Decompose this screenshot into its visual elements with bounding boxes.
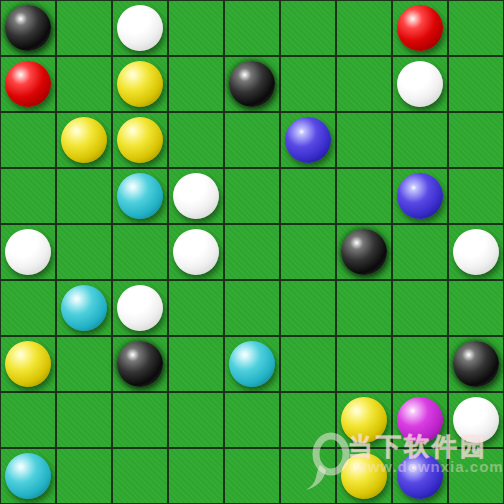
cell-r3c5[interactable] bbox=[281, 169, 335, 223]
red-ball[interactable] bbox=[5, 61, 51, 107]
white-ball[interactable] bbox=[117, 5, 163, 51]
cell-r3c4[interactable] bbox=[225, 169, 279, 223]
cell-r8c4[interactable] bbox=[225, 449, 279, 503]
white-ball[interactable] bbox=[117, 285, 163, 331]
cell-r7c0[interactable] bbox=[1, 393, 55, 447]
cell-r4c3[interactable] bbox=[169, 225, 223, 279]
cell-r1c1[interactable] bbox=[57, 57, 111, 111]
cell-r7c4[interactable] bbox=[225, 393, 279, 447]
cell-r6c7[interactable] bbox=[393, 337, 447, 391]
cell-r7c1[interactable] bbox=[57, 393, 111, 447]
cell-r0c8[interactable] bbox=[449, 1, 503, 55]
white-ball[interactable] bbox=[453, 229, 499, 275]
cell-r6c6[interactable] bbox=[337, 337, 391, 391]
red-ball[interactable] bbox=[397, 5, 443, 51]
blue-ball[interactable] bbox=[397, 173, 443, 219]
cell-r8c7[interactable] bbox=[393, 449, 447, 503]
cell-r1c3[interactable] bbox=[169, 57, 223, 111]
cell-r8c6[interactable] bbox=[337, 449, 391, 503]
cell-r5c4[interactable] bbox=[225, 281, 279, 335]
black-ball[interactable] bbox=[453, 341, 499, 387]
cell-r6c5[interactable] bbox=[281, 337, 335, 391]
cell-r1c5[interactable] bbox=[281, 57, 335, 111]
cell-r7c8[interactable] bbox=[449, 393, 503, 447]
magenta-ball[interactable] bbox=[397, 397, 443, 443]
cell-r7c2[interactable] bbox=[113, 393, 167, 447]
cell-r8c8[interactable] bbox=[449, 449, 503, 503]
cell-r5c3[interactable] bbox=[169, 281, 223, 335]
cell-r1c6[interactable] bbox=[337, 57, 391, 111]
cell-r4c2[interactable] bbox=[113, 225, 167, 279]
cell-r8c5[interactable] bbox=[281, 449, 335, 503]
cell-r0c4[interactable] bbox=[225, 1, 279, 55]
cell-r3c6[interactable] bbox=[337, 169, 391, 223]
white-ball[interactable] bbox=[173, 173, 219, 219]
cell-r0c5[interactable] bbox=[281, 1, 335, 55]
cell-r1c7[interactable] bbox=[393, 57, 447, 111]
cell-r4c4[interactable] bbox=[225, 225, 279, 279]
cell-r3c8[interactable] bbox=[449, 169, 503, 223]
blue-ball[interactable] bbox=[397, 453, 443, 499]
cell-r0c1[interactable] bbox=[57, 1, 111, 55]
cell-r8c0[interactable] bbox=[1, 449, 55, 503]
cell-r6c4[interactable] bbox=[225, 337, 279, 391]
cell-r3c3[interactable] bbox=[169, 169, 223, 223]
color-lines-board bbox=[0, 0, 504, 504]
cell-r4c1[interactable] bbox=[57, 225, 111, 279]
white-ball[interactable] bbox=[5, 229, 51, 275]
cell-r5c8[interactable] bbox=[449, 281, 503, 335]
cell-r2c4[interactable] bbox=[225, 113, 279, 167]
cell-r2c7[interactable] bbox=[393, 113, 447, 167]
cyan-ball[interactable] bbox=[229, 341, 275, 387]
yellow-ball[interactable] bbox=[341, 453, 387, 499]
cell-r3c2[interactable] bbox=[113, 169, 167, 223]
cell-r8c2[interactable] bbox=[113, 449, 167, 503]
game-window: 当下软件园 www.downxia.com bbox=[0, 0, 504, 504]
cell-r8c3[interactable] bbox=[169, 449, 223, 503]
cell-r0c2[interactable] bbox=[113, 1, 167, 55]
black-ball[interactable] bbox=[5, 5, 51, 51]
cell-r0c6[interactable] bbox=[337, 1, 391, 55]
cell-r1c4[interactable] bbox=[225, 57, 279, 111]
yellow-ball[interactable] bbox=[61, 117, 107, 163]
cell-r7c7[interactable] bbox=[393, 393, 447, 447]
yellow-ball[interactable] bbox=[117, 117, 163, 163]
blue-ball[interactable] bbox=[285, 117, 331, 163]
white-ball[interactable] bbox=[397, 61, 443, 107]
cyan-ball[interactable] bbox=[117, 173, 163, 219]
cell-r4c0[interactable] bbox=[1, 225, 55, 279]
cell-r3c0[interactable] bbox=[1, 169, 55, 223]
cell-r7c5[interactable] bbox=[281, 393, 335, 447]
cell-r6c2[interactable] bbox=[113, 337, 167, 391]
cyan-ball[interactable] bbox=[61, 285, 107, 331]
cell-r8c1[interactable] bbox=[57, 449, 111, 503]
cell-r4c8[interactable] bbox=[449, 225, 503, 279]
yellow-ball[interactable] bbox=[117, 61, 163, 107]
cell-r2c3[interactable] bbox=[169, 113, 223, 167]
yellow-ball[interactable] bbox=[5, 341, 51, 387]
cyan-ball[interactable] bbox=[5, 453, 51, 499]
cell-r2c5[interactable] bbox=[281, 113, 335, 167]
cell-r6c0[interactable] bbox=[1, 337, 55, 391]
cell-r3c7[interactable] bbox=[393, 169, 447, 223]
cell-r2c0[interactable] bbox=[1, 113, 55, 167]
cell-r0c7[interactable] bbox=[393, 1, 447, 55]
cell-r5c6[interactable] bbox=[337, 281, 391, 335]
cell-r7c6[interactable] bbox=[337, 393, 391, 447]
white-ball[interactable] bbox=[453, 397, 499, 443]
cell-r5c2[interactable] bbox=[113, 281, 167, 335]
cell-r0c3[interactable] bbox=[169, 1, 223, 55]
black-ball[interactable] bbox=[341, 229, 387, 275]
cell-r2c6[interactable] bbox=[337, 113, 391, 167]
cell-r4c5[interactable] bbox=[281, 225, 335, 279]
cell-r5c1[interactable] bbox=[57, 281, 111, 335]
cell-r2c1[interactable] bbox=[57, 113, 111, 167]
cell-r6c3[interactable] bbox=[169, 337, 223, 391]
cell-r6c8[interactable] bbox=[449, 337, 503, 391]
cell-r1c0[interactable] bbox=[1, 57, 55, 111]
white-ball[interactable] bbox=[173, 229, 219, 275]
cell-r3c1[interactable] bbox=[57, 169, 111, 223]
cell-r6c1[interactable] bbox=[57, 337, 111, 391]
cell-r0c0[interactable] bbox=[1, 1, 55, 55]
black-ball[interactable] bbox=[117, 341, 163, 387]
cell-r1c2[interactable] bbox=[113, 57, 167, 111]
black-ball[interactable] bbox=[229, 61, 275, 107]
cell-r2c2[interactable] bbox=[113, 113, 167, 167]
cell-r5c7[interactable] bbox=[393, 281, 447, 335]
cell-r5c0[interactable] bbox=[1, 281, 55, 335]
yellow-ball[interactable] bbox=[341, 397, 387, 443]
cell-r4c7[interactable] bbox=[393, 225, 447, 279]
cell-r7c3[interactable] bbox=[169, 393, 223, 447]
cell-r2c8[interactable] bbox=[449, 113, 503, 167]
cell-r5c5[interactable] bbox=[281, 281, 335, 335]
cell-r1c8[interactable] bbox=[449, 57, 503, 111]
cell-r4c6[interactable] bbox=[337, 225, 391, 279]
